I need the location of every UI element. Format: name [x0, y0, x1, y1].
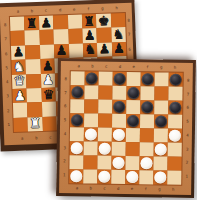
- checkers-square-e7[interactable]: [126, 86, 140, 100]
- checkers-piece-white-h4[interactable]: [169, 130, 181, 142]
- checkers-piece-black-b8[interactable]: [86, 72, 98, 84]
- checkers-coord-label: c: [105, 65, 107, 69]
- checkers-square-c5[interactable]: [98, 114, 112, 128]
- chess-piece-white-knight-a5[interactable]: ♞: [13, 60, 25, 73]
- chess-coord-label: b: [31, 9, 34, 13]
- checkers-square-c8[interactable]: [99, 72, 113, 86]
- chess-coord-label: 8: [4, 23, 7, 27]
- chess-coord-label: c: [45, 9, 48, 13]
- checkers-piece-black-f6[interactable]: [141, 101, 153, 113]
- chess-piece-black-pawn-g6[interactable]: ♟: [99, 42, 111, 55]
- checkers-piece-white-c3[interactable]: [99, 143, 111, 155]
- checkers-square-c7[interactable]: [98, 86, 112, 100]
- chess-piece-black-rook-b8[interactable]: ♜: [26, 16, 38, 29]
- checkers-piece-white-d4[interactable]: [113, 129, 125, 141]
- checkers-coord-label: 6: [187, 106, 189, 110]
- checkers-square-a1[interactable]: [69, 169, 83, 183]
- checkers-coord-label: b: [90, 186, 92, 190]
- checkers-square-d5[interactable]: [112, 114, 126, 128]
- checkers-coord-label: 7: [64, 91, 66, 95]
- checkers-square-a2[interactable]: [69, 155, 83, 169]
- checkers-square-a8[interactable]: [71, 71, 85, 85]
- checkers-coord-label: h: [172, 187, 174, 191]
- chess-square-h6[interactable]: ♟: [112, 42, 127, 57]
- checkers-square-h6[interactable]: [168, 101, 182, 115]
- checkers-piece-black-g5[interactable]: [155, 115, 167, 127]
- chess-square-d8[interactable]: [53, 15, 68, 30]
- chess-square-e8[interactable]: [67, 14, 82, 29]
- chess-piece-black-pawn-c8[interactable]: ♟: [40, 16, 52, 29]
- checkers-coord-label: h: [174, 66, 176, 70]
- checkers-piece-white-f2[interactable]: [140, 157, 152, 169]
- checkers-square-e8[interactable]: [127, 72, 141, 86]
- checkers-piece-black-h6[interactable]: [169, 102, 181, 114]
- checkers-square-b5[interactable]: [84, 113, 98, 127]
- chess-piece-black-queen-c3[interactable]: ♛: [43, 88, 55, 101]
- checkers-square-f6[interactable]: [140, 100, 154, 114]
- checkers-file-labels-bottom: abcdefgh: [70, 184, 180, 193]
- chess-coord-label: g: [101, 7, 104, 11]
- checkers-coord-label: 4: [186, 134, 188, 138]
- chess-coord-label: h: [115, 6, 118, 10]
- chess-coord-label: 1: [7, 123, 10, 127]
- chess-coord-label: b: [35, 136, 38, 140]
- checkers-square-f3[interactable]: [140, 142, 154, 156]
- chess-square-b4[interactable]: [26, 73, 41, 88]
- checkers-coord-label: d: [117, 186, 119, 190]
- chess-coord-label: e: [73, 8, 76, 12]
- checkers-coord-label: 7: [187, 92, 189, 96]
- checkers-square-e2[interactable]: [125, 156, 139, 170]
- checkers-coord-label: d: [119, 65, 121, 69]
- checkers-square-d4[interactable]: [112, 128, 126, 142]
- checkers-square-d1[interactable]: [111, 170, 125, 184]
- chess-piece-white-pawn-c4[interactable]: ♟: [42, 73, 54, 86]
- chess-square-a2[interactable]: [13, 103, 28, 118]
- checkers-coord-label: g: [158, 187, 160, 191]
- checkers-coord-label: e: [131, 187, 133, 191]
- chess-square-g6[interactable]: ♟: [97, 42, 112, 57]
- chess-coord-label: a: [17, 10, 20, 14]
- checkers-square-b8[interactable]: [85, 71, 99, 85]
- chess-piece-black-knight-f6[interactable]: ♞: [84, 43, 96, 56]
- checkers-coord-label: f: [146, 65, 148, 69]
- checkers-square-d3[interactable]: [112, 142, 126, 156]
- checkers-square-h7[interactable]: [168, 87, 182, 101]
- checkers-square-b3[interactable]: [84, 141, 98, 155]
- chess-coord-label: 8: [127, 19, 130, 23]
- checkers-piece-black-a7[interactable]: [71, 86, 83, 98]
- checkers-square-f5[interactable]: [140, 114, 154, 128]
- checkers-coord-label: 2: [63, 160, 65, 164]
- checkers-square-a6[interactable]: [70, 99, 84, 113]
- checkers-square-g8[interactable]: [155, 72, 169, 86]
- checkers-coord-label: a: [76, 186, 78, 190]
- chess-square-c7[interactable]: [39, 30, 54, 45]
- checkers-piece-black-f8[interactable]: [142, 73, 154, 85]
- checkers-board: abcdefgh abcdefgh 87654321 87654321: [56, 58, 196, 198]
- checkers-piece-black-e7[interactable]: [127, 87, 139, 99]
- chess-piece-black-pawn-d6[interactable]: ♟: [55, 44, 67, 57]
- checkers-piece-black-e5[interactable]: [127, 115, 139, 127]
- chess-square-c8[interactable]: ♟: [39, 15, 54, 30]
- checkers-piece-black-d6[interactable]: [113, 101, 125, 113]
- checkers-coord-label: 5: [64, 118, 66, 122]
- checkers-square-g6[interactable]: [154, 100, 168, 114]
- chess-square-b7[interactable]: [25, 30, 40, 45]
- chess-piece-black-knight-h7[interactable]: ♞: [112, 28, 124, 41]
- checkers-square-f4[interactable]: [140, 128, 154, 142]
- checkers-piece-white-a1[interactable]: [70, 170, 82, 182]
- chess-coord-label: c: [49, 135, 52, 139]
- chess-square-e6[interactable]: [68, 43, 83, 58]
- chess-coord-label: 2: [7, 109, 10, 113]
- checkers-coord-label: 6: [64, 105, 66, 109]
- checkers-square-g1[interactable]: [153, 170, 167, 184]
- chess-square-c1[interactable]: [42, 116, 57, 131]
- checkers-square-c2[interactable]: [97, 156, 111, 170]
- chess-square-a1[interactable]: [13, 117, 28, 132]
- checkers-piece-white-a3[interactable]: [71, 142, 83, 154]
- checkers-square-c3[interactable]: [98, 142, 112, 156]
- checkers-piece-black-h8[interactable]: [170, 74, 182, 86]
- checkers-square-e4[interactable]: [126, 128, 140, 142]
- checkers-coord-label: f: [145, 187, 147, 191]
- chess-square-g8[interactable]: ♚: [96, 13, 111, 28]
- checkers-piece-white-d2[interactable]: [112, 157, 124, 169]
- chess-square-f6[interactable]: ♞: [83, 43, 98, 58]
- checkers-square-g2[interactable]: [153, 156, 167, 170]
- checkers-coord-label: 3: [63, 146, 65, 150]
- checkers-square-b1[interactable]: [83, 169, 97, 183]
- checkers-square-b2[interactable]: [83, 155, 97, 169]
- chess-coord-label: 6: [128, 47, 131, 51]
- chess-coord-label: 7: [128, 33, 131, 37]
- checkers-square-f8[interactable]: [141, 72, 155, 86]
- checkers-square-e5[interactable]: [126, 114, 140, 128]
- chess-piece-black-pawn-c5[interactable]: ♟: [42, 59, 54, 72]
- checkers-coord-label: g: [160, 65, 162, 69]
- checkers-square-c6[interactable]: [98, 100, 112, 114]
- chess-piece-black-pawn-f7[interactable]: ♟: [84, 29, 96, 42]
- chess-piece-black-king-g8[interactable]: ♚: [98, 14, 110, 27]
- checkers-grid: [69, 71, 183, 185]
- checkers-square-e6[interactable]: [126, 100, 140, 114]
- checkers-piece-black-a5[interactable]: [71, 114, 83, 126]
- checkers-piece-black-d8[interactable]: [114, 73, 126, 85]
- chess-square-d6[interactable]: ♟: [54, 44, 69, 59]
- checkers-coord-label: 5: [186, 120, 188, 124]
- checkers-board-wood-frame: abcdefgh abcdefgh 87654321 87654321: [59, 61, 193, 195]
- checkers-square-c1[interactable]: [97, 170, 111, 184]
- checkers-piece-white-c1[interactable]: [98, 171, 110, 183]
- checkers-square-f7[interactable]: [140, 86, 154, 100]
- chess-coord-label: 7: [4, 37, 7, 41]
- checkers-square-h4[interactable]: [168, 129, 182, 143]
- checkers-board-inner-line: [68, 70, 184, 186]
- checkers-square-d2[interactable]: [111, 156, 125, 170]
- checkers-coord-label: 8: [187, 79, 189, 83]
- checkers-coord-label: 4: [64, 132, 66, 136]
- checkers-coord-label: 8: [64, 77, 66, 81]
- checkers-coord-label: e: [132, 65, 134, 69]
- checkers-square-a3[interactable]: [70, 141, 84, 155]
- chess-square-b5[interactable]: [26, 59, 41, 74]
- checkers-square-f2[interactable]: [139, 156, 153, 170]
- chess-piece-white-rook-b1[interactable]: ♜: [29, 117, 41, 130]
- checkers-square-g4[interactable]: [154, 128, 168, 142]
- chess-piece-black-pawn-a6[interactable]: ♟: [12, 45, 24, 58]
- checkers-coord-label: 2: [186, 161, 188, 165]
- chess-square-c2[interactable]: [42, 102, 57, 117]
- chess-coord-label: 4: [6, 80, 9, 84]
- checkers-square-e1[interactable]: [125, 170, 139, 184]
- chess-coord-label: a: [21, 136, 24, 140]
- checkers-square-e3[interactable]: [126, 142, 140, 156]
- chess-piece-white-queen-a4[interactable]: ♛: [13, 74, 25, 87]
- checkers-square-d8[interactable]: [113, 72, 127, 86]
- checkers-coord-label: c: [103, 186, 105, 190]
- checkers-square-h1[interactable]: [167, 171, 181, 185]
- checkers-square-a5[interactable]: [70, 113, 84, 127]
- checkers-square-g3[interactable]: [154, 142, 168, 156]
- checkers-rank-labels-right: 87654321: [184, 74, 191, 184]
- checkers-piece-white-g3[interactable]: [155, 143, 167, 155]
- chess-square-e7[interactable]: [68, 29, 83, 44]
- chess-coord-label: f: [87, 7, 90, 11]
- checkers-coord-label: 1: [63, 173, 65, 177]
- checkers-piece-white-b4[interactable]: [85, 128, 97, 140]
- chess-square-a3[interactable]: ♟: [12, 88, 27, 103]
- checkers-square-b6[interactable]: [84, 99, 98, 113]
- chess-coord-label: d: [59, 8, 62, 12]
- photo-canvas: abcdefgh abcdefgh 87654321 87654321 ♜♟♜♚…: [0, 0, 197, 200]
- checkers-square-g7[interactable]: [154, 86, 168, 100]
- checkers-coord-label: b: [91, 65, 93, 69]
- chess-square-b6[interactable]: [25, 45, 40, 60]
- chess-coord-label: 5: [5, 66, 8, 70]
- checkers-square-b7[interactable]: [84, 85, 98, 99]
- chess-coord-label: 3: [6, 94, 9, 98]
- checkers-square-a7[interactable]: [70, 85, 84, 99]
- checkers-square-h5[interactable]: [168, 115, 182, 129]
- checkers-board-outer-frame: abcdefgh abcdefgh 87654321 87654321: [56, 58, 196, 198]
- checkers-square-b4[interactable]: [84, 127, 98, 141]
- checkers-square-h8[interactable]: [169, 73, 183, 87]
- checkers-coord-label: a: [77, 64, 79, 68]
- chess-piece-black-rook-f8[interactable]: ♜: [83, 14, 95, 27]
- chess-square-b1[interactable]: ♜: [28, 117, 43, 132]
- checkers-square-a4[interactable]: [70, 127, 84, 141]
- checkers-coord-label: 3: [186, 147, 188, 151]
- checkers-square-d7[interactable]: [112, 86, 126, 100]
- chess-piece-white-pawn-a3[interactable]: ♟: [14, 89, 26, 102]
- chess-piece-black-pawn-h6[interactable]: ♟: [113, 42, 125, 55]
- chess-coord-label: 6: [5, 52, 8, 56]
- checkers-square-c4[interactable]: [98, 128, 112, 142]
- chess-square-a8[interactable]: [10, 16, 25, 31]
- checkers-square-d6[interactable]: [112, 100, 126, 114]
- checkers-square-g5[interactable]: [154, 114, 168, 128]
- chess-square-b8[interactable]: ♜: [24, 16, 39, 31]
- checkers-square-h2[interactable]: [167, 157, 181, 171]
- checkers-coord-label: 1: [186, 175, 188, 179]
- checkers-square-h3[interactable]: [168, 143, 182, 157]
- chess-square-c3[interactable]: ♛: [41, 87, 56, 102]
- chess-square-b3[interactable]: [27, 88, 42, 103]
- checkers-piece-white-g1[interactable]: [154, 171, 166, 183]
- checkers-piece-white-e1[interactable]: [126, 171, 138, 183]
- checkers-square-f1[interactable]: [139, 170, 153, 184]
